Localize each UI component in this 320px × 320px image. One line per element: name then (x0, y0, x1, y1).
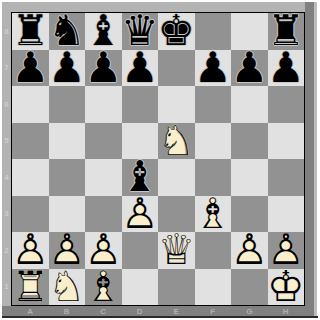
white-pawn-d3[interactable]: ♟♙ (122, 196, 159, 233)
rank-label-5: 5 (2, 123, 11, 160)
square-d1[interactable] (122, 269, 159, 306)
black-pawn-f7[interactable]: ♟ (195, 50, 232, 87)
rank-label-3: 3 (2, 196, 11, 233)
square-a4[interactable] (12, 159, 49, 196)
square-f7[interactable]: ♟ (195, 50, 232, 87)
rank-labels: 87654321 (2, 13, 11, 305)
black-pawn-g7[interactable]: ♟ (231, 50, 268, 87)
rank-label-8: 8 (2, 13, 11, 50)
square-g5[interactable] (231, 123, 268, 160)
square-g4[interactable] (231, 159, 268, 196)
square-a6[interactable] (12, 86, 49, 123)
white-knight-e5[interactable]: ♞♘ (158, 123, 195, 160)
square-h1[interactable]: ♚♔ (268, 269, 305, 306)
file-label-g: G (231, 306, 268, 317)
black-pawn-c7[interactable]: ♟ (85, 50, 122, 87)
square-b4[interactable] (49, 159, 86, 196)
square-a5[interactable] (12, 123, 49, 160)
square-h6[interactable] (268, 86, 305, 123)
file-label-f: F (195, 306, 232, 317)
square-f6[interactable] (195, 86, 232, 123)
white-rook-a1[interactable]: ♜♖ (12, 269, 49, 306)
square-c5[interactable] (85, 123, 122, 160)
square-b7[interactable]: ♟ (49, 50, 86, 87)
square-a7[interactable]: ♟ (12, 50, 49, 87)
white-pawn-g2[interactable]: ♟♙ (231, 232, 268, 269)
frame-edge-right (314, 2, 317, 316)
chess-position-diagram: 87654321 ABCDEFGH ♜♞♝♛♚♜♟♟♟♟♟♟♟♞♘♝♟♙♝♗♟♙… (0, 0, 320, 320)
white-king-h1[interactable]: ♚♔ (268, 269, 305, 306)
square-g7[interactable]: ♟ (231, 50, 268, 87)
file-label-d: D (122, 306, 159, 317)
square-f1[interactable] (195, 269, 232, 306)
file-label-e: E (158, 306, 195, 317)
square-c6[interactable] (85, 86, 122, 123)
square-h5[interactable] (268, 123, 305, 160)
white-bishop-c1[interactable]: ♝♗ (85, 269, 122, 306)
square-d6[interactable] (122, 86, 159, 123)
square-e1[interactable] (158, 269, 195, 306)
black-pawn-h7[interactable]: ♟ (268, 50, 305, 87)
square-h7[interactable]: ♟ (268, 50, 305, 87)
square-d2[interactable] (122, 232, 159, 269)
rank-label-1: 1 (2, 269, 11, 306)
square-d3[interactable]: ♟♙ (122, 196, 159, 233)
square-c4[interactable] (85, 159, 122, 196)
square-e2[interactable]: ♛♕ (158, 232, 195, 269)
square-f3[interactable]: ♝♗ (195, 196, 232, 233)
square-a1[interactable]: ♜♖ (12, 269, 49, 306)
black-king-e8[interactable]: ♚ (158, 13, 195, 50)
white-queen-e2[interactable]: ♛♕ (158, 232, 195, 269)
black-pawn-a7[interactable]: ♟ (12, 50, 49, 87)
square-g2[interactable]: ♟♙ (231, 232, 268, 269)
black-pawn-b7[interactable]: ♟ (49, 50, 86, 87)
white-knight-b1[interactable]: ♞♘ (49, 269, 86, 306)
rank-label-2: 2 (2, 232, 11, 269)
rank-label-6: 6 (2, 86, 11, 123)
square-e5[interactable]: ♞♘ (158, 123, 195, 160)
square-b1[interactable]: ♞♘ (49, 269, 86, 306)
square-g1[interactable] (231, 269, 268, 306)
square-e8[interactable]: ♚ (158, 13, 195, 50)
square-g6[interactable] (231, 86, 268, 123)
chess-board: ♜♞♝♛♚♜♟♟♟♟♟♟♟♞♘♝♟♙♝♗♟♙♟♙♟♙♛♕♟♙♟♙♜♖♞♘♝♗♚♔ (11, 12, 305, 306)
white-bishop-f3[interactable]: ♝♗ (195, 196, 232, 233)
square-c1[interactable]: ♝♗ (85, 269, 122, 306)
square-b5[interactable] (49, 123, 86, 160)
square-e7[interactable] (158, 50, 195, 87)
black-pawn-d7[interactable]: ♟ (122, 50, 159, 87)
rank-label-4: 4 (2, 159, 11, 196)
square-c7[interactable]: ♟ (85, 50, 122, 87)
square-h4[interactable] (268, 159, 305, 196)
square-f2[interactable] (195, 232, 232, 269)
square-b6[interactable] (49, 86, 86, 123)
rank-label-7: 7 (2, 50, 11, 87)
square-f5[interactable] (195, 123, 232, 160)
square-e4[interactable] (158, 159, 195, 196)
square-d7[interactable]: ♟ (122, 50, 159, 87)
